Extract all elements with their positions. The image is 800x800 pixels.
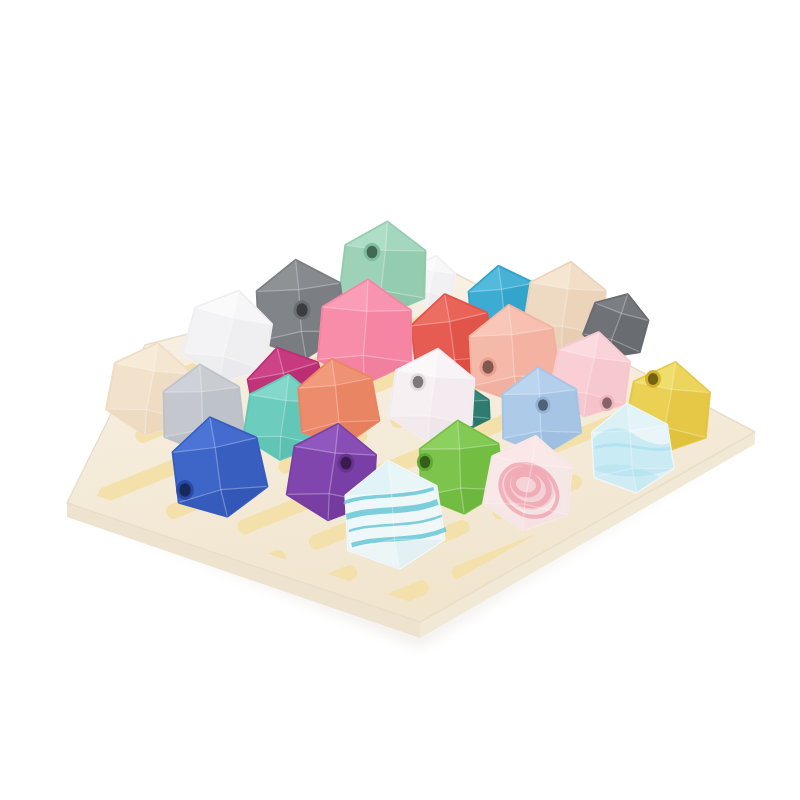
scene-svg <box>0 0 800 800</box>
product-photo-silicone-beads <box>0 0 800 800</box>
